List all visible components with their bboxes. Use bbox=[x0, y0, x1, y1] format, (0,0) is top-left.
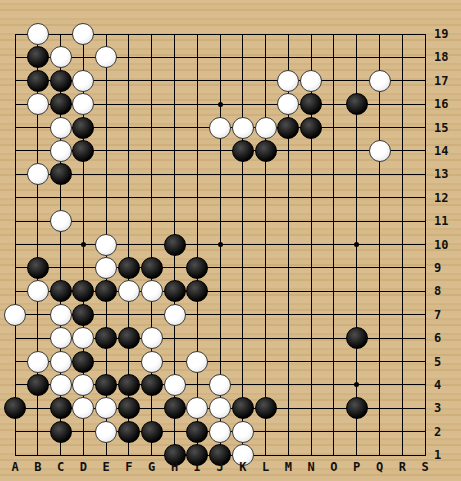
col-label-C: C bbox=[51, 460, 71, 474]
stone-white-D3[interactable] bbox=[72, 397, 94, 419]
stone-white-H7[interactable] bbox=[164, 304, 186, 326]
col-label-D: D bbox=[73, 460, 93, 474]
star-point-D10 bbox=[81, 242, 86, 247]
stone-white-E10[interactable] bbox=[95, 234, 117, 256]
stone-black-F2[interactable] bbox=[118, 421, 140, 443]
col-label-H: H bbox=[165, 460, 185, 474]
stone-black-P6[interactable] bbox=[346, 327, 368, 349]
stone-black-C16[interactable] bbox=[50, 93, 72, 115]
board-grid-line-horizontal bbox=[15, 221, 426, 222]
row-label-19: 19 bbox=[434, 27, 458, 41]
go-board-screenshot: ABCDEFGHIJKLMNOPQRS191817161514131211109… bbox=[0, 0, 461, 481]
row-label-10: 10 bbox=[434, 238, 458, 252]
stone-black-K14[interactable] bbox=[232, 140, 254, 162]
star-point-P10 bbox=[354, 242, 359, 247]
stone-black-B4[interactable] bbox=[27, 374, 49, 396]
stone-black-A3[interactable] bbox=[4, 397, 26, 419]
stone-black-D7[interactable] bbox=[72, 304, 94, 326]
stone-white-F8[interactable] bbox=[118, 280, 140, 302]
stone-black-E6[interactable] bbox=[95, 327, 117, 349]
stone-black-B18[interactable] bbox=[27, 46, 49, 68]
stone-white-A7[interactable] bbox=[4, 304, 26, 326]
row-label-3: 3 bbox=[434, 401, 458, 415]
stone-black-F4[interactable] bbox=[118, 374, 140, 396]
col-label-G: G bbox=[142, 460, 162, 474]
stone-black-I9[interactable] bbox=[186, 257, 208, 279]
stone-black-L14[interactable] bbox=[255, 140, 277, 162]
stone-white-E3[interactable] bbox=[95, 397, 117, 419]
board-grid-line-horizontal bbox=[15, 57, 426, 58]
col-label-F: F bbox=[119, 460, 139, 474]
stone-black-G2[interactable] bbox=[141, 421, 163, 443]
board-grid-line-vertical bbox=[265, 34, 266, 456]
stone-white-K15[interactable] bbox=[232, 117, 254, 139]
stone-black-G9[interactable] bbox=[141, 257, 163, 279]
stone-black-K3[interactable] bbox=[232, 397, 254, 419]
stone-black-D5[interactable] bbox=[72, 351, 94, 373]
stone-white-L15[interactable] bbox=[255, 117, 277, 139]
row-label-18: 18 bbox=[434, 50, 458, 64]
stone-white-E18[interactable] bbox=[95, 46, 117, 68]
row-label-15: 15 bbox=[434, 121, 458, 135]
stone-black-B17[interactable] bbox=[27, 70, 49, 92]
board-grid-line-vertical bbox=[242, 34, 243, 456]
board-grid-line-horizontal bbox=[15, 197, 426, 198]
stone-white-E9[interactable] bbox=[95, 257, 117, 279]
row-label-9: 9 bbox=[434, 261, 458, 275]
stone-white-Q14[interactable] bbox=[369, 140, 391, 162]
col-label-R: R bbox=[392, 460, 412, 474]
star-point-J16 bbox=[218, 102, 223, 107]
col-label-B: B bbox=[28, 460, 48, 474]
board-grid-line-vertical bbox=[197, 34, 198, 456]
stone-black-P16[interactable] bbox=[346, 93, 368, 115]
stone-white-C6[interactable] bbox=[50, 327, 72, 349]
board-grid-line-vertical bbox=[333, 34, 334, 456]
stone-white-G8[interactable] bbox=[141, 280, 163, 302]
stone-white-C14[interactable] bbox=[50, 140, 72, 162]
stone-black-F6[interactable] bbox=[118, 327, 140, 349]
stone-black-H3[interactable] bbox=[164, 397, 186, 419]
board-grid-line-vertical bbox=[402, 34, 403, 456]
row-label-14: 14 bbox=[434, 144, 458, 158]
col-label-L: L bbox=[256, 460, 276, 474]
stone-white-G6[interactable] bbox=[141, 327, 163, 349]
stone-white-B13[interactable] bbox=[27, 163, 49, 185]
row-label-17: 17 bbox=[434, 74, 458, 88]
stone-white-C7[interactable] bbox=[50, 304, 72, 326]
stone-white-D4[interactable] bbox=[72, 374, 94, 396]
stone-black-D14[interactable] bbox=[72, 140, 94, 162]
stone-white-M16[interactable] bbox=[277, 93, 299, 115]
stone-black-I8[interactable] bbox=[186, 280, 208, 302]
stone-black-N16[interactable] bbox=[300, 93, 322, 115]
stone-white-B16[interactable] bbox=[27, 93, 49, 115]
stone-white-J2[interactable] bbox=[209, 421, 231, 443]
stone-black-F9[interactable] bbox=[118, 257, 140, 279]
stone-white-B5[interactable] bbox=[27, 351, 49, 373]
stone-white-J15[interactable] bbox=[209, 117, 231, 139]
star-point-J10 bbox=[218, 242, 223, 247]
stone-white-D19[interactable] bbox=[72, 23, 94, 45]
stone-white-G5[interactable] bbox=[141, 351, 163, 373]
stone-black-G4[interactable] bbox=[141, 374, 163, 396]
row-label-6: 6 bbox=[434, 331, 458, 345]
stone-white-I5[interactable] bbox=[186, 351, 208, 373]
stone-white-K2[interactable] bbox=[232, 421, 254, 443]
stone-white-B19[interactable] bbox=[27, 23, 49, 45]
stone-white-J4[interactable] bbox=[209, 374, 231, 396]
stone-black-L3[interactable] bbox=[255, 397, 277, 419]
stone-white-N17[interactable] bbox=[300, 70, 322, 92]
board-grid-line-vertical bbox=[15, 34, 16, 456]
stone-white-C18[interactable] bbox=[50, 46, 72, 68]
row-label-4: 4 bbox=[434, 378, 458, 392]
stone-black-P3[interactable] bbox=[346, 397, 368, 419]
col-label-Q: Q bbox=[370, 460, 390, 474]
col-label-E: E bbox=[96, 460, 116, 474]
stone-black-C3[interactable] bbox=[50, 397, 72, 419]
row-label-16: 16 bbox=[434, 97, 458, 111]
stone-white-E2[interactable] bbox=[95, 421, 117, 443]
stone-black-D8[interactable] bbox=[72, 280, 94, 302]
row-label-5: 5 bbox=[434, 355, 458, 369]
stone-white-C15[interactable] bbox=[50, 117, 72, 139]
row-label-2: 2 bbox=[434, 425, 458, 439]
stone-black-H8[interactable] bbox=[164, 280, 186, 302]
stone-white-Q17[interactable] bbox=[369, 70, 391, 92]
stone-black-H10[interactable] bbox=[164, 234, 186, 256]
stone-white-D17[interactable] bbox=[72, 70, 94, 92]
stone-white-M17[interactable] bbox=[277, 70, 299, 92]
board-grid-line-horizontal bbox=[15, 267, 426, 268]
col-label-K: K bbox=[233, 460, 253, 474]
board-grid-line-vertical bbox=[379, 34, 380, 456]
board-grid-line-vertical bbox=[425, 34, 426, 456]
stone-white-D16[interactable] bbox=[72, 93, 94, 115]
stone-white-C4[interactable] bbox=[50, 374, 72, 396]
col-label-A: A bbox=[5, 460, 25, 474]
stone-black-D15[interactable] bbox=[72, 117, 94, 139]
col-label-O: O bbox=[324, 460, 344, 474]
stone-white-I3[interactable] bbox=[186, 397, 208, 419]
stone-black-F3[interactable] bbox=[118, 397, 140, 419]
stone-black-E4[interactable] bbox=[95, 374, 117, 396]
row-label-7: 7 bbox=[434, 308, 458, 322]
stone-white-D6[interactable] bbox=[72, 327, 94, 349]
stone-black-C17[interactable] bbox=[50, 70, 72, 92]
stone-black-M15[interactable] bbox=[277, 117, 299, 139]
stone-white-C5[interactable] bbox=[50, 351, 72, 373]
col-label-S: S bbox=[415, 460, 435, 474]
row-label-8: 8 bbox=[434, 284, 458, 298]
stone-white-J3[interactable] bbox=[209, 397, 231, 419]
row-label-1: 1 bbox=[434, 448, 458, 462]
row-label-13: 13 bbox=[434, 167, 458, 181]
star-point-P4 bbox=[354, 382, 359, 387]
col-label-P: P bbox=[347, 460, 367, 474]
col-label-J: J bbox=[210, 460, 230, 474]
col-label-M: M bbox=[278, 460, 298, 474]
stone-black-B9[interactable] bbox=[27, 257, 49, 279]
board-grid-line-horizontal bbox=[15, 174, 426, 175]
stone-black-E8[interactable] bbox=[95, 280, 117, 302]
stone-black-C2[interactable] bbox=[50, 421, 72, 443]
stone-white-B8[interactable] bbox=[27, 280, 49, 302]
col-label-I: I bbox=[187, 460, 207, 474]
stone-black-C13[interactable] bbox=[50, 163, 72, 185]
stone-white-C11[interactable] bbox=[50, 210, 72, 232]
row-label-12: 12 bbox=[434, 191, 458, 205]
stone-black-C8[interactable] bbox=[50, 280, 72, 302]
stone-white-H4[interactable] bbox=[164, 374, 186, 396]
col-label-N: N bbox=[301, 460, 321, 474]
stone-black-N15[interactable] bbox=[300, 117, 322, 139]
row-label-11: 11 bbox=[434, 214, 458, 228]
stone-black-I2[interactable] bbox=[186, 421, 208, 443]
